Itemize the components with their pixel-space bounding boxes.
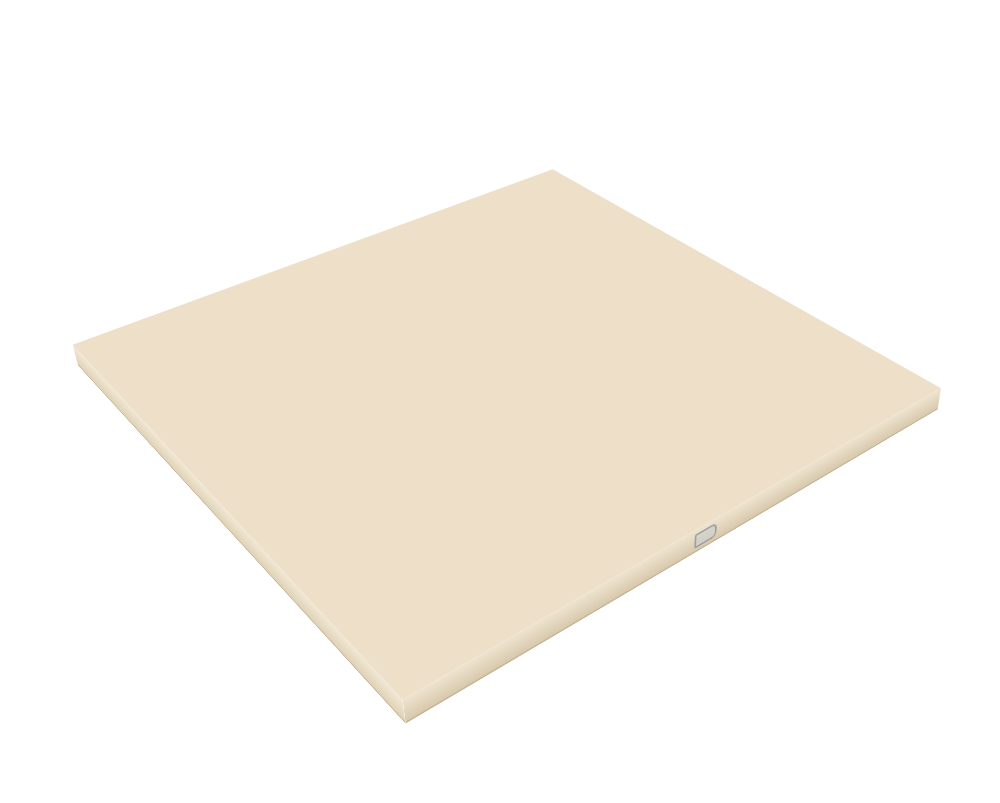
- perspective-wrapper: [0, 0, 1000, 803]
- chess-board: [73, 169, 941, 699]
- product-photo-scene: [0, 0, 1000, 803]
- board-surface: [73, 169, 941, 699]
